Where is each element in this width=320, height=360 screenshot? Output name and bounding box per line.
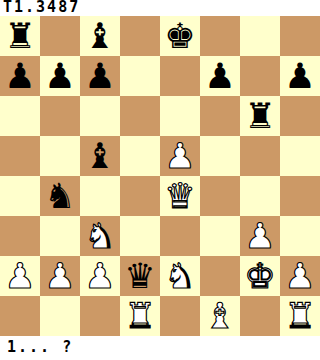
- square-c3[interactable]: ♞: [80, 216, 120, 256]
- move-prompt: 1... ?: [0, 336, 320, 360]
- square-a3[interactable]: [0, 216, 40, 256]
- white-bishop-piece: ♝: [204, 296, 235, 336]
- square-e4[interactable]: ♛: [160, 176, 200, 216]
- square-d1[interactable]: ♜: [120, 296, 160, 336]
- square-f6[interactable]: [200, 96, 240, 136]
- square-f4[interactable]: [200, 176, 240, 216]
- square-h6[interactable]: [280, 96, 320, 136]
- square-c4[interactable]: [80, 176, 120, 216]
- square-a1[interactable]: [0, 296, 40, 336]
- square-e3[interactable]: [160, 216, 200, 256]
- square-c6[interactable]: [80, 96, 120, 136]
- square-b5[interactable]: [40, 136, 80, 176]
- square-e5[interactable]: ♟: [160, 136, 200, 176]
- white-knight-piece: ♞: [84, 216, 115, 256]
- square-b3[interactable]: [40, 216, 80, 256]
- square-d8[interactable]: [120, 16, 160, 56]
- white-pawn-piece: ♟: [4, 256, 35, 296]
- black-bishop-piece: ♝: [84, 16, 115, 56]
- square-a6[interactable]: [0, 96, 40, 136]
- square-g2[interactable]: ♚: [240, 256, 280, 296]
- square-a7[interactable]: ♟: [0, 56, 40, 96]
- square-d2[interactable]: ♛: [120, 256, 160, 296]
- black-bishop-piece: ♝: [84, 136, 115, 176]
- square-g4[interactable]: [240, 176, 280, 216]
- square-a4[interactable]: [0, 176, 40, 216]
- white-pawn-piece: ♟: [244, 216, 275, 256]
- black-king-piece: ♚: [164, 16, 195, 56]
- square-g8[interactable]: [240, 16, 280, 56]
- white-rook-piece: ♜: [284, 296, 315, 336]
- square-b4[interactable]: ♞: [40, 176, 80, 216]
- square-d4[interactable]: [120, 176, 160, 216]
- square-f1[interactable]: ♝: [200, 296, 240, 336]
- square-f5[interactable]: [200, 136, 240, 176]
- black-rook-piece: ♜: [4, 16, 35, 56]
- square-d5[interactable]: [120, 136, 160, 176]
- square-h8[interactable]: [280, 16, 320, 56]
- black-pawn-piece: ♟: [44, 56, 75, 96]
- chess-puzzle-page: T1.3487 ♜♝♚♟♟♟♟♟♜♝♟♞♛♞♟♟♟♟♛♞♚♟♜♝♜ 1... ?: [0, 0, 320, 360]
- square-e7[interactable]: [160, 56, 200, 96]
- square-b8[interactable]: [40, 16, 80, 56]
- white-queen-piece: ♛: [164, 176, 195, 216]
- black-pawn-piece: ♟: [84, 56, 115, 96]
- square-d3[interactable]: [120, 216, 160, 256]
- black-pawn-piece: ♟: [284, 56, 315, 96]
- black-pawn-piece: ♟: [4, 56, 35, 96]
- square-h3[interactable]: [280, 216, 320, 256]
- chess-board: ♜♝♚♟♟♟♟♟♜♝♟♞♛♞♟♟♟♟♛♞♚♟♜♝♜: [0, 16, 320, 336]
- puzzle-title: T1.3487: [0, 0, 320, 16]
- square-c8[interactable]: ♝: [80, 16, 120, 56]
- white-pawn-piece: ♟: [164, 136, 195, 176]
- square-b7[interactable]: ♟: [40, 56, 80, 96]
- square-b1[interactable]: [40, 296, 80, 336]
- square-d7[interactable]: [120, 56, 160, 96]
- square-e8[interactable]: ♚: [160, 16, 200, 56]
- square-a5[interactable]: [0, 136, 40, 176]
- square-c5[interactable]: ♝: [80, 136, 120, 176]
- square-e1[interactable]: [160, 296, 200, 336]
- square-c2[interactable]: ♟: [80, 256, 120, 296]
- square-h5[interactable]: [280, 136, 320, 176]
- white-pawn-piece: ♟: [44, 256, 75, 296]
- black-rook-piece: ♜: [244, 96, 275, 136]
- black-pawn-piece: ♟: [204, 56, 235, 96]
- square-c1[interactable]: [80, 296, 120, 336]
- square-f7[interactable]: ♟: [200, 56, 240, 96]
- square-g1[interactable]: [240, 296, 280, 336]
- black-knight-piece: ♞: [44, 176, 75, 216]
- square-d6[interactable]: [120, 96, 160, 136]
- square-f2[interactable]: [200, 256, 240, 296]
- square-h7[interactable]: ♟: [280, 56, 320, 96]
- square-g5[interactable]: [240, 136, 280, 176]
- white-pawn-piece: ♟: [284, 256, 315, 296]
- square-a8[interactable]: ♜: [0, 16, 40, 56]
- black-queen-piece: ♛: [124, 256, 155, 296]
- white-pawn-piece: ♟: [84, 256, 115, 296]
- square-g7[interactable]: [240, 56, 280, 96]
- square-f3[interactable]: [200, 216, 240, 256]
- square-b2[interactable]: ♟: [40, 256, 80, 296]
- square-e2[interactable]: ♞: [160, 256, 200, 296]
- square-h2[interactable]: ♟: [280, 256, 320, 296]
- white-knight-piece: ♞: [164, 256, 195, 296]
- square-g6[interactable]: ♜: [240, 96, 280, 136]
- square-h1[interactable]: ♜: [280, 296, 320, 336]
- square-f8[interactable]: [200, 16, 240, 56]
- white-king-piece: ♚: [244, 256, 275, 296]
- square-a2[interactable]: ♟: [0, 256, 40, 296]
- white-rook-piece: ♜: [124, 296, 155, 336]
- square-b6[interactable]: [40, 96, 80, 136]
- square-g3[interactable]: ♟: [240, 216, 280, 256]
- square-c7[interactable]: ♟: [80, 56, 120, 96]
- square-h4[interactable]: [280, 176, 320, 216]
- square-e6[interactable]: [160, 96, 200, 136]
